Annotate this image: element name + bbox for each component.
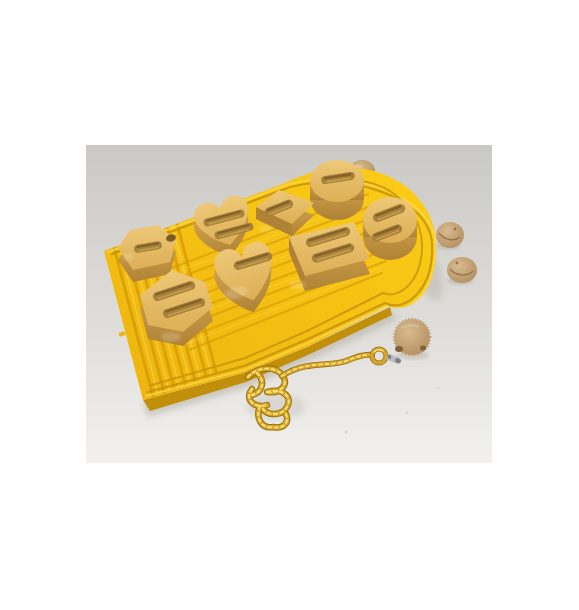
photo-scene xyxy=(86,145,492,463)
product-photo xyxy=(86,145,492,463)
block-circle-back xyxy=(310,160,364,220)
seed-pod-1 xyxy=(436,222,464,250)
block-circle-right xyxy=(363,197,417,260)
page: { "game": "dog-treat-sliding-block-puzzl… xyxy=(0,0,579,610)
seed-pod-2 xyxy=(447,257,477,285)
